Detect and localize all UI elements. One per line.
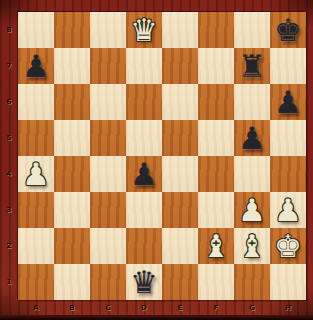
file-label-d: D [126, 300, 162, 315]
file-labels: ABCDEFGH [18, 300, 306, 315]
white-pawn[interactable]: ♟ [18, 156, 54, 192]
square-g6[interactable] [234, 84, 270, 120]
square-h6[interactable]: ♟ [270, 84, 306, 120]
white-queen[interactable]: ♛ [126, 12, 162, 48]
square-a4[interactable]: ♟ [18, 156, 54, 192]
square-f3[interactable] [198, 192, 234, 228]
square-e7[interactable] [162, 48, 198, 84]
square-e3[interactable] [162, 192, 198, 228]
square-a3[interactable] [18, 192, 54, 228]
square-e1[interactable] [162, 264, 198, 300]
file-label-c: C [90, 300, 126, 315]
square-e5[interactable] [162, 120, 198, 156]
square-h1[interactable] [270, 264, 306, 300]
square-d5[interactable] [126, 120, 162, 156]
square-b4[interactable] [54, 156, 90, 192]
square-b2[interactable] [54, 228, 90, 264]
square-g3[interactable]: ♟ [234, 192, 270, 228]
square-f5[interactable] [198, 120, 234, 156]
square-b3[interactable] [54, 192, 90, 228]
white-bishop[interactable]: ♝ [234, 228, 270, 264]
square-f1[interactable] [198, 264, 234, 300]
square-f7[interactable] [198, 48, 234, 84]
square-c4[interactable] [90, 156, 126, 192]
square-b7[interactable] [54, 48, 90, 84]
black-pawn[interactable]: ♟ [18, 48, 54, 84]
rank-label-3: 3 [0, 192, 18, 228]
square-g4[interactable] [234, 156, 270, 192]
square-c8[interactable] [90, 12, 126, 48]
rank-label-8: 8 [0, 12, 18, 48]
rank-label-7: 7 [0, 48, 18, 84]
square-g7[interactable]: ♜ [234, 48, 270, 84]
square-c3[interactable] [90, 192, 126, 228]
square-a8[interactable] [18, 12, 54, 48]
square-a7[interactable]: ♟ [18, 48, 54, 84]
square-e2[interactable] [162, 228, 198, 264]
square-d3[interactable] [126, 192, 162, 228]
black-king[interactable]: ♚ [270, 12, 306, 48]
square-f6[interactable] [198, 84, 234, 120]
square-a2[interactable] [18, 228, 54, 264]
square-g5[interactable]: ♟ [234, 120, 270, 156]
white-bishop[interactable]: ♝ [198, 228, 234, 264]
black-queen[interactable]: ♛ [126, 264, 162, 300]
square-h2[interactable]: ♚ [270, 228, 306, 264]
square-c1[interactable] [90, 264, 126, 300]
square-f8[interactable] [198, 12, 234, 48]
square-b5[interactable] [54, 120, 90, 156]
file-label-h: H [270, 300, 306, 315]
square-h8[interactable]: ♚ [270, 12, 306, 48]
rank-label-4: 4 [0, 156, 18, 192]
file-label-b: B [54, 300, 90, 315]
white-king[interactable]: ♚ [270, 228, 306, 264]
square-g8[interactable] [234, 12, 270, 48]
square-g1[interactable] [234, 264, 270, 300]
black-pawn[interactable]: ♟ [234, 120, 270, 156]
square-b6[interactable] [54, 84, 90, 120]
square-d1[interactable]: ♛ [126, 264, 162, 300]
square-h5[interactable] [270, 120, 306, 156]
square-a1[interactable] [18, 264, 54, 300]
black-pawn[interactable]: ♟ [126, 156, 162, 192]
chess-board-diagram: 87654321 ♛♚♟♜♟♟♟♟♟♟♝♝♚♛ ABCDEFGH [0, 0, 313, 320]
square-b1[interactable] [54, 264, 90, 300]
square-e4[interactable] [162, 156, 198, 192]
rank-label-6: 6 [0, 84, 18, 120]
square-c5[interactable] [90, 120, 126, 156]
white-pawn[interactable]: ♟ [234, 192, 270, 228]
square-h3[interactable]: ♟ [270, 192, 306, 228]
square-h4[interactable] [270, 156, 306, 192]
square-d2[interactable] [126, 228, 162, 264]
square-c7[interactable] [90, 48, 126, 84]
square-b8[interactable] [54, 12, 90, 48]
square-a5[interactable] [18, 120, 54, 156]
square-g2[interactable]: ♝ [234, 228, 270, 264]
file-label-e: E [162, 300, 198, 315]
rank-labels: 87654321 [0, 12, 18, 300]
square-d8[interactable]: ♛ [126, 12, 162, 48]
square-e6[interactable] [162, 84, 198, 120]
rank-label-2: 2 [0, 228, 18, 264]
square-d7[interactable] [126, 48, 162, 84]
file-label-f: F [198, 300, 234, 315]
square-c6[interactable] [90, 84, 126, 120]
white-pawn[interactable]: ♟ [270, 192, 306, 228]
square-d6[interactable] [126, 84, 162, 120]
frame-bottom-edge [0, 315, 313, 320]
square-e8[interactable] [162, 12, 198, 48]
file-label-a: A [18, 300, 54, 315]
square-f2[interactable]: ♝ [198, 228, 234, 264]
square-c2[interactable] [90, 228, 126, 264]
rank-label-1: 1 [0, 264, 18, 300]
square-a6[interactable] [18, 84, 54, 120]
square-d4[interactable]: ♟ [126, 156, 162, 192]
square-f4[interactable] [198, 156, 234, 192]
rank-label-5: 5 [0, 120, 18, 156]
file-label-g: G [234, 300, 270, 315]
black-rook[interactable]: ♜ [234, 48, 270, 84]
black-pawn[interactable]: ♟ [270, 84, 306, 120]
square-h7[interactable] [270, 48, 306, 84]
board: ♛♚♟♜♟♟♟♟♟♟♝♝♚♛ [18, 12, 306, 300]
